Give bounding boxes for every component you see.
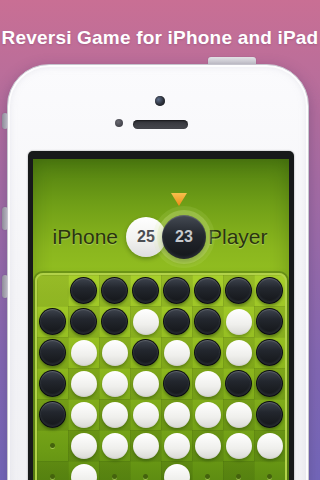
white-disc bbox=[195, 433, 221, 459]
white-disc bbox=[71, 340, 97, 366]
white-disc bbox=[102, 340, 128, 366]
board-cell[interactable] bbox=[192, 368, 223, 399]
board-cell[interactable] bbox=[37, 461, 68, 480]
white-disc bbox=[71, 402, 97, 428]
black-disc bbox=[256, 339, 283, 366]
black-disc bbox=[101, 277, 128, 304]
board-cell[interactable] bbox=[130, 337, 161, 368]
board-cell[interactable] bbox=[99, 430, 130, 461]
page-title: Reversi Game for iPhone and iPad bbox=[0, 27, 320, 49]
board-cell[interactable] bbox=[223, 275, 254, 306]
board-cell[interactable] bbox=[192, 275, 223, 306]
valid-move-dot bbox=[267, 474, 272, 479]
valid-move-dot bbox=[50, 443, 55, 448]
white-score-disc: 25 bbox=[126, 217, 166, 257]
black-disc bbox=[256, 370, 283, 397]
black-disc bbox=[163, 370, 190, 397]
board-cell[interactable] bbox=[161, 275, 192, 306]
white-disc bbox=[257, 433, 283, 459]
board-cell[interactable] bbox=[254, 461, 285, 480]
board-cell[interactable] bbox=[254, 399, 285, 430]
board-cell[interactable] bbox=[37, 306, 68, 337]
board-cell[interactable] bbox=[192, 461, 223, 480]
black-disc bbox=[256, 308, 283, 335]
board-cell[interactable] bbox=[99, 275, 130, 306]
board-cell[interactable] bbox=[130, 461, 161, 480]
board-cell[interactable] bbox=[68, 430, 99, 461]
white-disc bbox=[102, 402, 128, 428]
board-cell[interactable] bbox=[37, 275, 68, 306]
black-disc bbox=[39, 339, 66, 366]
marketing-page: { "header": { "title": "Reversi Game for… bbox=[0, 0, 320, 480]
black-disc bbox=[194, 308, 221, 335]
black-disc bbox=[225, 277, 252, 304]
speaker-icon bbox=[133, 120, 188, 129]
screen-bezel: iPhone 25 23 Player bbox=[28, 151, 294, 480]
black-disc bbox=[70, 308, 97, 335]
black-disc bbox=[39, 370, 66, 397]
board-cell[interactable] bbox=[161, 337, 192, 368]
valid-move-dot bbox=[205, 474, 210, 479]
white-score-value: 25 bbox=[137, 228, 155, 246]
board-cell[interactable] bbox=[68, 306, 99, 337]
board-cell[interactable] bbox=[223, 399, 254, 430]
white-disc bbox=[164, 402, 190, 428]
black-disc bbox=[225, 370, 252, 397]
board-cell[interactable] bbox=[68, 461, 99, 480]
board-cell[interactable] bbox=[99, 306, 130, 337]
white-disc bbox=[164, 433, 190, 459]
board-cell[interactable] bbox=[223, 368, 254, 399]
white-disc bbox=[102, 433, 128, 459]
white-disc bbox=[226, 402, 252, 428]
black-disc bbox=[101, 308, 128, 335]
board-cell[interactable] bbox=[68, 275, 99, 306]
board-cell[interactable] bbox=[130, 430, 161, 461]
board-grid bbox=[37, 275, 285, 480]
board-cell[interactable] bbox=[254, 368, 285, 399]
black-disc bbox=[39, 401, 66, 428]
board-cell[interactable] bbox=[99, 399, 130, 430]
board-cell[interactable] bbox=[68, 337, 99, 368]
board-cell[interactable] bbox=[192, 430, 223, 461]
game-screen: iPhone 25 23 Player bbox=[33, 159, 289, 480]
white-disc bbox=[164, 464, 190, 480]
board-cell[interactable] bbox=[223, 337, 254, 368]
phone-frame: iPhone 25 23 Player bbox=[7, 64, 309, 480]
valid-move-dot bbox=[143, 474, 148, 479]
board-cell[interactable] bbox=[223, 306, 254, 337]
board-cell[interactable] bbox=[37, 430, 68, 461]
board-cell[interactable] bbox=[254, 275, 285, 306]
board-cell[interactable] bbox=[192, 306, 223, 337]
black-disc bbox=[194, 277, 221, 304]
black-disc bbox=[256, 401, 283, 428]
black-disc bbox=[256, 277, 283, 304]
board-cell[interactable] bbox=[161, 399, 192, 430]
white-disc bbox=[226, 340, 252, 366]
white-disc bbox=[133, 371, 159, 397]
board-cell[interactable] bbox=[130, 275, 161, 306]
white-disc bbox=[226, 309, 252, 335]
black-disc bbox=[132, 277, 159, 304]
black-disc bbox=[39, 308, 66, 335]
board-cell[interactable] bbox=[68, 399, 99, 430]
board-cell[interactable] bbox=[254, 306, 285, 337]
board-cell[interactable] bbox=[37, 337, 68, 368]
white-disc bbox=[71, 433, 97, 459]
white-disc bbox=[133, 309, 159, 335]
board-cell[interactable] bbox=[99, 461, 130, 480]
board-cell[interactable] bbox=[99, 337, 130, 368]
board-cell[interactable] bbox=[192, 337, 223, 368]
board-cell[interactable] bbox=[161, 430, 192, 461]
black-disc bbox=[163, 308, 190, 335]
board-cell[interactable] bbox=[130, 306, 161, 337]
valid-move-dot bbox=[50, 474, 55, 479]
white-disc bbox=[71, 464, 97, 480]
player-name-right: Player bbox=[208, 225, 268, 249]
board-cell[interactable] bbox=[99, 368, 130, 399]
black-disc bbox=[132, 339, 159, 366]
white-disc bbox=[133, 433, 159, 459]
board-cell[interactable] bbox=[161, 306, 192, 337]
white-disc bbox=[164, 340, 190, 366]
board-cell[interactable] bbox=[223, 430, 254, 461]
black-disc bbox=[163, 277, 190, 304]
reversi-board bbox=[35, 273, 287, 480]
board-cell[interactable] bbox=[37, 368, 68, 399]
white-disc bbox=[102, 371, 128, 397]
board-cell[interactable] bbox=[130, 399, 161, 430]
camera-icon bbox=[155, 96, 165, 106]
board-cell[interactable] bbox=[161, 461, 192, 480]
black-disc bbox=[70, 277, 97, 304]
turn-indicator-icon bbox=[171, 193, 187, 206]
black-score-disc: 23 bbox=[162, 215, 206, 259]
sensor-icon bbox=[115, 119, 123, 127]
board-cell[interactable] bbox=[254, 430, 285, 461]
valid-move-dot bbox=[236, 474, 241, 479]
white-disc bbox=[195, 402, 221, 428]
white-disc bbox=[133, 402, 159, 428]
black-disc bbox=[194, 339, 221, 366]
white-disc bbox=[195, 371, 221, 397]
board-cell[interactable] bbox=[161, 368, 192, 399]
board-cell[interactable] bbox=[130, 368, 161, 399]
board-cell[interactable] bbox=[254, 337, 285, 368]
board-cell[interactable] bbox=[223, 461, 254, 480]
white-disc bbox=[71, 371, 97, 397]
black-score-value: 23 bbox=[175, 228, 193, 246]
board-cell[interactable] bbox=[192, 399, 223, 430]
white-disc bbox=[226, 433, 252, 459]
board-cell[interactable] bbox=[68, 368, 99, 399]
player-name-left: iPhone bbox=[53, 225, 118, 249]
valid-move-dot bbox=[112, 474, 117, 479]
board-cell[interactable] bbox=[37, 399, 68, 430]
